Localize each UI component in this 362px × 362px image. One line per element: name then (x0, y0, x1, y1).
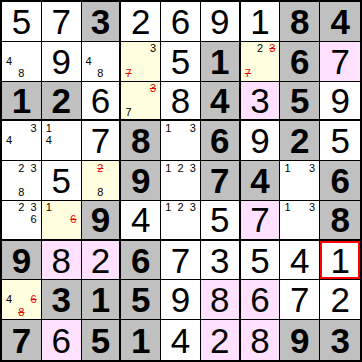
solved-digit: 9 (171, 282, 190, 317)
cell-r2c3[interactable]: 48 (82, 42, 122, 82)
cell-r6c2[interactable]: 16 (42, 201, 82, 241)
cell-r8c2[interactable]: 3 (42, 280, 82, 320)
solved-digit: 5 (51, 163, 70, 198)
cell-r1c1[interactable]: 5 (2, 2, 42, 42)
cell-r7c5[interactable]: 7 (161, 241, 201, 281)
given-digit: 6 (330, 163, 349, 198)
candidate-3: 3 (187, 162, 199, 174)
given-digit: 5 (131, 282, 150, 317)
cell-r4c1[interactable]: 34 (2, 121, 42, 161)
solved-digit: 2 (131, 4, 150, 39)
cell-r8c1[interactable]: 468 (2, 280, 42, 320)
solved-digit: 7 (91, 123, 110, 158)
candidate-3: 3 (28, 122, 40, 134)
solved-digit: 4 (131, 202, 150, 237)
candidate-grid: 48 (83, 43, 119, 80)
candidate-grid: 238 (3, 162, 40, 199)
given-digit: 7 (210, 163, 229, 198)
given-digit: 4 (210, 83, 229, 118)
cell-r4c6[interactable]: 6 (201, 121, 241, 161)
cell-r1c7[interactable]: 1 (241, 2, 281, 42)
candidate-grid: 37 (122, 83, 159, 119)
solved-digit: 2 (210, 323, 229, 358)
candidate-grid: 123 (162, 202, 199, 238)
given-digit: 8 (131, 123, 150, 158)
cell-r2c2[interactable]: 9 (42, 42, 82, 82)
solved-digit: 7 (171, 243, 190, 278)
solved-digit: 4 (171, 323, 190, 358)
cell-r9c8[interactable]: 9 (280, 320, 320, 360)
solved-digit: 5 (210, 202, 229, 237)
candidate-grid: 13 (281, 162, 318, 199)
cell-r4c9[interactable]: 5 (320, 121, 360, 161)
candidate-8: 8 (15, 187, 27, 199)
cell-r4c8[interactable]: 2 (280, 121, 320, 161)
solved-digit: 8 (210, 282, 229, 317)
given-digit: 6 (131, 243, 150, 278)
candidate-grid: 13 (281, 202, 318, 238)
candidate-1: 1 (43, 202, 55, 214)
cell-r2c6[interactable]: 1 (201, 42, 241, 82)
cell-r9c1[interactable]: 7 (2, 320, 42, 360)
cell-r6c1[interactable]: 236 (2, 201, 42, 241)
candidate-3: 3 (28, 202, 40, 214)
solved-digit: 6 (171, 4, 190, 39)
given-digit: 4 (330, 4, 349, 39)
candidate-6-eliminated: 6 (67, 214, 79, 226)
cell-r7c1[interactable]: 9 (2, 241, 42, 281)
candidate-2-eliminated: 2 (94, 162, 106, 174)
cell-r9c6[interactable]: 2 (201, 320, 241, 360)
given-digit: 5 (290, 83, 309, 118)
cell-r5c5[interactable]: 123 (161, 161, 201, 201)
given-digit: 9 (91, 202, 110, 237)
solved-digit: 2 (330, 282, 349, 317)
candidate-1: 1 (162, 162, 174, 174)
cell-r7c8[interactable]: 4 (280, 241, 320, 281)
candidate-grid: 37 (122, 43, 159, 80)
candidate-grid: 468 (3, 281, 40, 318)
solved-digit: 6 (51, 323, 70, 358)
cell-r1c6[interactable]: 9 (201, 2, 241, 42)
candidate-grid: 123 (162, 162, 199, 199)
solved-digit: 9 (210, 4, 229, 39)
candidate-8-eliminated: 8 (15, 306, 27, 318)
cell-r6c6[interactable]: 5 (201, 201, 241, 241)
solved-digit: 5 (171, 44, 190, 79)
candidate-grid: 28 (83, 162, 119, 199)
candidate-4: 4 (83, 55, 95, 67)
cell-r4c7[interactable]: 9 (241, 121, 281, 161)
cell-r2c4[interactable]: 37 (121, 42, 161, 82)
cell-r1c5[interactable]: 6 (161, 2, 201, 42)
cell-r5c3[interactable]: 28 (82, 161, 122, 201)
cell-r2c8[interactable]: 6 (280, 42, 320, 82)
given-digit: 3 (330, 323, 349, 358)
candidate-1: 1 (162, 202, 174, 214)
solved-digit: 8 (171, 83, 190, 118)
candidate-1: 1 (162, 122, 174, 134)
candidate-grid: 48 (3, 43, 40, 80)
cell-r6c5[interactable]: 123 (161, 201, 201, 241)
solved-digit: 6 (250, 282, 269, 317)
cell-r5c6[interactable]: 7 (201, 161, 241, 201)
solved-digit: 5 (330, 123, 349, 158)
cell-r5c9[interactable]: 6 (320, 161, 360, 201)
candidate-grid: 16 (43, 202, 80, 238)
candidate-3: 3 (28, 162, 40, 174)
cell-r3c1[interactable]: 1 (2, 82, 42, 122)
candidate-3-eliminated: 3 (147, 83, 159, 95)
given-digit: 1 (131, 323, 150, 358)
given-digit: 2 (290, 123, 309, 158)
candidate-2: 2 (174, 162, 186, 174)
given-digit: 6 (290, 44, 309, 79)
candidate-6-eliminated: 6 (28, 294, 40, 306)
given-digit: 2 (51, 83, 70, 118)
candidate-4: 4 (3, 55, 15, 67)
candidate-6: 6 (28, 214, 40, 226)
cell-r2c7[interactable]: 237 (241, 42, 281, 82)
cell-r5c4[interactable]: 9 (121, 161, 161, 201)
cell-r7c6[interactable]: 3 (201, 241, 241, 281)
given-digit: 7 (12, 323, 31, 358)
cell-r1c2[interactable]: 7 (42, 2, 82, 42)
solved-digit: 7 (330, 44, 349, 79)
solved-digit: 7 (51, 4, 70, 39)
cell-r8c5[interactable]: 9 (161, 280, 201, 320)
candidate-grid: 34 (3, 122, 40, 159)
candidate-2: 2 (15, 162, 27, 174)
cell-r1c3[interactable]: 3 (82, 2, 122, 42)
given-digit: 1 (12, 83, 31, 118)
cell-r3c4[interactable]: 37 (121, 82, 161, 122)
given-digit: 9 (12, 243, 31, 278)
cell-r7c3[interactable]: 2 (82, 241, 122, 281)
candidate-7-eliminated: 7 (122, 67, 134, 79)
solved-digit: 5 (250, 243, 269, 278)
given-digit: 5 (91, 323, 110, 358)
given-digit: 9 (290, 323, 309, 358)
candidate-1: 1 (43, 122, 55, 134)
candidate-4: 4 (43, 135, 55, 147)
solved-digit: 9 (330, 83, 349, 118)
cell-r8c8[interactable]: 7 (280, 280, 320, 320)
cell-r8c3[interactable]: 1 (82, 280, 122, 320)
cell-r2c1[interactable]: 48 (2, 42, 42, 82)
solved-digit: 2 (91, 243, 110, 278)
cell-r8c6[interactable]: 8 (201, 280, 241, 320)
cell-r3c2[interactable]: 2 (42, 82, 82, 122)
given-digit: 8 (290, 4, 309, 39)
cell-r3c7[interactable]: 3 (241, 82, 281, 122)
candidate-3: 3 (187, 122, 199, 134)
cell-r3c6[interactable]: 4 (201, 82, 241, 122)
sudoku-board: 5732691844894837512376712637843593414781… (0, 0, 362, 362)
cell-r8c4[interactable]: 5 (121, 280, 161, 320)
cell-r9c4[interactable]: 1 (121, 320, 161, 360)
solved-digit: 8 (51, 243, 70, 278)
cell-r7c4[interactable]: 6 (121, 241, 161, 281)
cell-r7c2[interactable]: 8 (42, 241, 82, 281)
solved-digit: 4 (290, 243, 309, 278)
given-digit: 1 (210, 44, 229, 79)
cell-r1c8[interactable]: 8 (280, 2, 320, 42)
solved-digit: 8 (250, 323, 269, 358)
solved-digit: 9 (250, 123, 269, 158)
cell-r9c3[interactable]: 5 (82, 320, 122, 360)
candidate-8: 8 (94, 187, 106, 199)
solved-digit: 1 (330, 243, 349, 278)
given-digit: 6 (210, 123, 229, 158)
candidate-grid: 13 (162, 122, 199, 159)
cell-r6c4[interactable]: 4 (121, 201, 161, 241)
cell-r9c5[interactable]: 4 (161, 320, 201, 360)
cell-r5c7[interactable]: 4 (241, 161, 281, 201)
given-digit: 9 (131, 163, 150, 198)
given-digit: 1 (91, 282, 110, 317)
candidate-3-eliminated: 3 (266, 43, 278, 55)
candidate-1: 1 (281, 202, 293, 214)
solved-digit: 3 (210, 243, 229, 278)
candidate-8: 8 (94, 67, 106, 79)
given-digit: 3 (51, 282, 70, 317)
cell-r8c7[interactable]: 6 (241, 280, 281, 320)
cell-r9c9[interactable]: 3 (320, 320, 360, 360)
candidate-4: 4 (3, 135, 15, 147)
candidate-7-eliminated: 7 (242, 67, 254, 79)
solved-digit: 7 (250, 202, 269, 237)
cell-r4c5[interactable]: 13 (161, 121, 201, 161)
cell-r3c3[interactable]: 6 (82, 82, 122, 122)
candidate-2: 2 (15, 202, 27, 214)
cell-r4c2[interactable]: 14 (42, 121, 82, 161)
solved-digit: 9 (51, 44, 70, 79)
cell-r5c1[interactable]: 238 (2, 161, 42, 201)
cell-r5c2[interactable]: 5 (42, 161, 82, 201)
candidate-grid: 14 (43, 122, 80, 159)
cell-r2c5[interactable]: 5 (161, 42, 201, 82)
candidate-grid: 237 (242, 43, 279, 80)
cell-r1c4[interactable]: 2 (121, 2, 161, 42)
cell-r7c9[interactable]: 1 (320, 241, 360, 281)
candidate-7: 7 (122, 106, 134, 118)
candidate-3: 3 (147, 43, 159, 55)
cell-r4c3[interactable]: 7 (82, 121, 122, 161)
cell-r4c4[interactable]: 8 (121, 121, 161, 161)
candidate-3: 3 (187, 202, 199, 214)
solved-digit: 3 (250, 83, 269, 118)
solved-digit: 5 (12, 4, 31, 39)
candidate-3: 3 (306, 162, 318, 174)
solved-digit: 1 (250, 4, 269, 39)
cell-r8c9[interactable]: 2 (320, 280, 360, 320)
candidate-2: 2 (174, 202, 186, 214)
cell-r9c2[interactable]: 6 (42, 320, 82, 360)
given-digit: 3 (91, 4, 110, 39)
candidate-4: 4 (3, 294, 15, 306)
given-digit: 8 (330, 202, 349, 237)
solved-digit: 6 (91, 83, 110, 118)
candidate-2: 2 (254, 43, 266, 55)
cell-r1c9[interactable]: 4 (320, 2, 360, 42)
cell-r3c5[interactable]: 8 (161, 82, 201, 122)
cell-r3c8[interactable]: 5 (280, 82, 320, 122)
solved-digit: 7 (290, 282, 309, 317)
candidate-8: 8 (15, 67, 27, 79)
candidate-3: 3 (306, 202, 318, 214)
cell-r3c9[interactable]: 9 (320, 82, 360, 122)
cell-r6c3[interactable]: 9 (82, 201, 122, 241)
cell-r6c8[interactable]: 13 (280, 201, 320, 241)
cell-r6c9[interactable]: 8 (320, 201, 360, 241)
cell-r7c7[interactable]: 5 (241, 241, 281, 281)
cell-r9c7[interactable]: 8 (241, 320, 281, 360)
cell-r6c7[interactable]: 7 (241, 201, 281, 241)
candidate-1: 1 (281, 162, 293, 174)
given-digit: 4 (250, 163, 269, 198)
cell-r2c9[interactable]: 7 (320, 42, 360, 82)
candidate-grid: 236 (3, 202, 40, 238)
cell-r5c8[interactable]: 13 (280, 161, 320, 201)
